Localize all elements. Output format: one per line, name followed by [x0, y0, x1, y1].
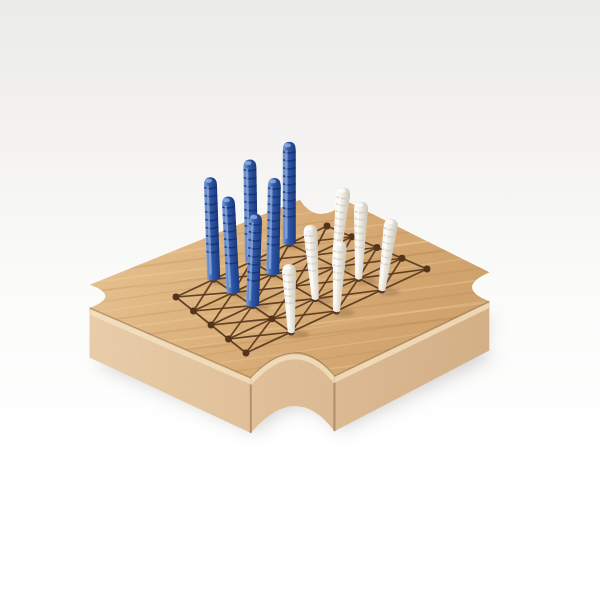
peg-highlight — [270, 187, 271, 269]
board-hole[interactable] — [190, 308, 197, 315]
product-photo-stage — [0, 0, 600, 600]
board-hole[interactable] — [173, 294, 180, 301]
peg-body — [266, 178, 281, 275]
board-hole[interactable] — [225, 336, 232, 343]
peg-blue[interactable] — [266, 178, 281, 275]
board-hole[interactable] — [243, 350, 250, 357]
peg-dome-highlight — [284, 143, 291, 147]
board-hole[interactable] — [374, 244, 381, 251]
board-hole[interactable] — [208, 322, 215, 329]
board-hole[interactable] — [424, 266, 431, 273]
board-hole[interactable] — [268, 315, 275, 322]
board-hole[interactable] — [324, 223, 331, 230]
board-hole[interactable] — [349, 233, 356, 240]
peg-blue[interactable] — [283, 142, 296, 245]
board-hole[interactable] — [399, 255, 406, 262]
game-board — [30, 138, 570, 460]
board-scene — [0, 0, 600, 600]
